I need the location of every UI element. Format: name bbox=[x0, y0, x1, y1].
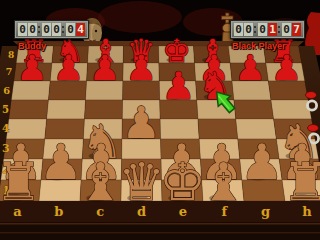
clock-digit: 0 bbox=[244, 23, 253, 36]
square-g5[interactable] bbox=[234, 100, 274, 119]
clock-digit: 0 bbox=[66, 23, 75, 36]
clock-digit: 0 bbox=[234, 23, 243, 36]
square-b5[interactable] bbox=[47, 100, 86, 119]
rank-label-4: 4 bbox=[2, 122, 9, 134]
bottom-molding bbox=[0, 222, 320, 240]
clock-colon bbox=[62, 23, 65, 36]
file-label-g: g bbox=[261, 204, 270, 219]
piece-white-p-d4[interactable]: ♟ bbox=[122, 97, 161, 148]
white-player-name: Buddy bbox=[18, 41, 46, 51]
piece-black-p-e6[interactable]: ♟ bbox=[161, 64, 195, 108]
rank-label-5: 5 bbox=[2, 103, 9, 115]
file-label-b: b bbox=[54, 204, 63, 219]
black-player-name: Black Player bbox=[232, 41, 286, 51]
piece-black-p-c7[interactable]: ♟ bbox=[89, 48, 120, 88]
piece-black-p-d7[interactable]: ♟ bbox=[125, 48, 156, 88]
clock-digit: 4 bbox=[76, 23, 85, 36]
clock-digit: 0 bbox=[18, 23, 27, 36]
clock-colon bbox=[278, 23, 281, 36]
piece-white-b-f1[interactable]: ♝ bbox=[200, 152, 247, 212]
clock-colon bbox=[254, 23, 257, 36]
clock-digit: 7 bbox=[292, 23, 301, 36]
clock-digit: 0 bbox=[282, 23, 291, 36]
black-clock: 000107 bbox=[230, 20, 305, 39]
white-clock: 000004 bbox=[14, 20, 89, 39]
clock-digit: 0 bbox=[28, 23, 37, 36]
rank-label-8: 8 bbox=[8, 50, 14, 60]
piece-black-p-g7[interactable]: ♟ bbox=[234, 48, 265, 88]
clock-digit: 0 bbox=[42, 23, 51, 36]
piece-black-p-a7[interactable]: ♟ bbox=[16, 48, 47, 88]
red-disc-marker bbox=[306, 92, 317, 99]
clock-digit: 0 bbox=[258, 23, 267, 36]
clock-digit: 0 bbox=[52, 23, 61, 36]
piece-black-p-b7[interactable]: ♟ bbox=[53, 48, 84, 88]
rank-label-7: 7 bbox=[6, 66, 13, 77]
piece-white-r-h1[interactable]: ♜ bbox=[282, 152, 320, 212]
clock-digit: 1 bbox=[268, 23, 277, 36]
game-screen: 87654321abcdefgh♜♞♝♛♚♝♜♟♟♟♟♟♟♟♟♞♟♞♞♟♟♟♟♟… bbox=[0, 0, 320, 240]
red-glow bbox=[98, 1, 182, 33]
piece-white-r-a1[interactable]: ♜ bbox=[0, 152, 42, 212]
square-a5[interactable] bbox=[9, 100, 49, 119]
rank-label-6: 6 bbox=[3, 85, 10, 96]
piece-white-k-e1[interactable]: ♚ bbox=[159, 152, 206, 212]
clock-colon bbox=[38, 23, 41, 36]
piece-white-q-d1[interactable]: ♛ bbox=[118, 152, 165, 212]
piece-white-b-c1[interactable]: ♝ bbox=[77, 152, 124, 212]
piece-black-p-h7[interactable]: ♟ bbox=[271, 48, 302, 88]
